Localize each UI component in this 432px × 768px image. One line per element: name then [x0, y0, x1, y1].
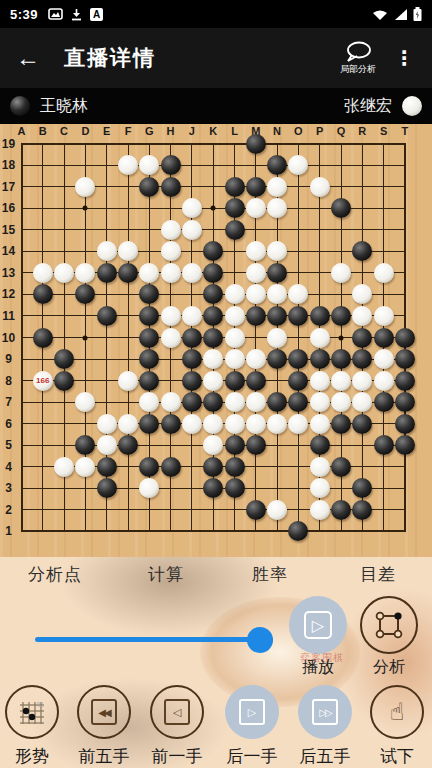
- column-label: T: [402, 125, 409, 137]
- black-stone: [203, 457, 223, 477]
- forward-one-label: 后一手: [227, 745, 278, 768]
- black-stone: [267, 392, 287, 412]
- white-stone: [288, 414, 308, 434]
- white-stone: [246, 392, 266, 412]
- row-label: 19: [0, 137, 17, 151]
- column-label: H: [167, 125, 175, 137]
- status-bar: 5:39 A: [0, 0, 432, 28]
- white-stone: [310, 500, 330, 520]
- last-move-number: 166: [33, 371, 53, 391]
- back-one-label: 前一手: [152, 745, 203, 768]
- black-stone: [75, 435, 95, 455]
- white-stone: [139, 392, 159, 412]
- white-stone: [225, 414, 245, 434]
- black-stone: [203, 392, 223, 412]
- black-stone: [139, 457, 159, 477]
- black-stone: [139, 371, 159, 391]
- white-stone: [182, 306, 202, 326]
- white-stone: [288, 155, 308, 175]
- white-stone: [310, 457, 330, 477]
- black-stone: [97, 478, 117, 498]
- black-stone: [203, 263, 223, 283]
- black-stone: [267, 155, 287, 175]
- white-stone: [139, 155, 159, 175]
- black-stone: [161, 177, 181, 197]
- column-label: N: [273, 125, 281, 137]
- white-stone: [288, 284, 308, 304]
- player-bar: 王晓林 张继宏: [0, 88, 432, 124]
- white-stone: [310, 392, 330, 412]
- black-stone: [267, 306, 287, 326]
- column-label: E: [103, 125, 110, 137]
- back-five-button[interactable]: ◀◀: [77, 685, 131, 739]
- grid-line: [21, 143, 406, 145]
- picture-icon: [48, 8, 63, 20]
- column-label: S: [380, 125, 387, 137]
- black-stone: [161, 155, 181, 175]
- black-stone: [182, 349, 202, 369]
- black-stone: [97, 457, 117, 477]
- back-five-icon: ◀◀: [91, 699, 117, 725]
- white-stone: [161, 241, 181, 261]
- black-stone: [352, 241, 372, 261]
- row-label: 5: [0, 438, 17, 452]
- watermark: 弈客围棋: [300, 651, 344, 665]
- white-stone: [246, 414, 266, 434]
- control-panel: 分析点 计算 胜率 目差 ▷ 播放 分析 弈客围棋: [0, 557, 432, 768]
- territory-label: 形势: [15, 745, 49, 768]
- back-five-label: 前五手: [79, 745, 130, 768]
- white-stone: [203, 349, 223, 369]
- page-title: 直播详情: [64, 44, 156, 72]
- white-stone: [118, 241, 138, 261]
- white-stone: [182, 220, 202, 240]
- black-stone: [97, 263, 117, 283]
- black-stone: [331, 457, 351, 477]
- white-stone: [54, 457, 74, 477]
- white-stone: [310, 177, 330, 197]
- column-label: K: [209, 125, 217, 137]
- black-stone: [203, 478, 223, 498]
- row-label: 3: [0, 481, 17, 495]
- row-label: 11: [0, 309, 17, 323]
- white-player-name: 张继宏: [344, 96, 392, 117]
- black-stone: [395, 349, 415, 369]
- white-stone: [310, 478, 330, 498]
- download-icon: [70, 8, 83, 21]
- white-stone: [182, 414, 202, 434]
- black-stone: [395, 435, 415, 455]
- tab-calculate[interactable]: 计算: [148, 563, 184, 586]
- analyze-button-label: 分析: [373, 657, 405, 678]
- black-stone: [203, 306, 223, 326]
- white-stone: [331, 263, 351, 283]
- black-stone: [246, 177, 266, 197]
- white-stone: [331, 371, 351, 391]
- local-analysis-label: 局部分析: [340, 63, 376, 76]
- black-stone: [118, 263, 138, 283]
- white-stone: [139, 478, 159, 498]
- white-stone: [374, 349, 394, 369]
- row-label: 6: [0, 417, 17, 431]
- white-stone: [267, 177, 287, 197]
- black-stone: [267, 349, 287, 369]
- white-stone: [182, 198, 202, 218]
- black-stone: [139, 306, 159, 326]
- forward-five-button[interactable]: ▷▷: [298, 685, 352, 739]
- column-label: C: [60, 125, 68, 137]
- black-stone: [139, 328, 159, 348]
- black-stone: [182, 371, 202, 391]
- white-stone: [267, 284, 287, 304]
- white-stone: [310, 414, 330, 434]
- row-label: 13: [0, 266, 17, 280]
- black-stone: [246, 306, 266, 326]
- white-stone: [161, 306, 181, 326]
- black-stone: [331, 500, 351, 520]
- white-stone: [203, 414, 223, 434]
- white-stone: [246, 349, 266, 369]
- black-stone: [374, 435, 394, 455]
- white-stone: [75, 263, 95, 283]
- play-button[interactable]: ▷: [289, 596, 347, 654]
- black-stone: [331, 414, 351, 434]
- star-point: [339, 335, 344, 340]
- play-icon: ▷: [304, 611, 332, 639]
- black-stone: [352, 500, 372, 520]
- white-stone: [246, 284, 266, 304]
- black-stone: [331, 306, 351, 326]
- column-label: L: [231, 125, 238, 137]
- white-stone: [374, 371, 394, 391]
- tab-win-rate[interactable]: 胜率: [252, 563, 288, 586]
- analyze-button[interactable]: [360, 596, 418, 654]
- move-slider-thumb[interactable]: [247, 627, 273, 653]
- white-stone: [118, 414, 138, 434]
- black-stone: [139, 414, 159, 434]
- go-board[interactable]: ABCDEFGHJKLMNOPQRST191817161514131211109…: [0, 124, 432, 557]
- wifi-icon: [372, 8, 388, 21]
- white-stone: [225, 306, 245, 326]
- black-stone: [225, 220, 245, 240]
- white-stone: [246, 263, 266, 283]
- status-time: 5:39: [10, 7, 38, 22]
- column-label: F: [125, 125, 132, 137]
- column-label: R: [358, 125, 366, 137]
- black-stone: [352, 328, 372, 348]
- white-stone: [374, 263, 394, 283]
- star-point: [83, 335, 88, 340]
- black-stone: [161, 414, 181, 434]
- white-stone: [118, 155, 138, 175]
- black-stone: [182, 392, 202, 412]
- column-label: D: [81, 125, 89, 137]
- forward-five-label: 后五手: [300, 745, 351, 768]
- white-stone: [161, 263, 181, 283]
- row-label: 8: [0, 374, 17, 388]
- black-stone: [203, 328, 223, 348]
- black-stone: [33, 284, 53, 304]
- hand-pointer-icon: ☝: [390, 698, 405, 726]
- try-move-button[interactable]: ☝: [370, 685, 424, 739]
- black-stone: [225, 198, 245, 218]
- white-stone: [374, 306, 394, 326]
- black-stone: [139, 284, 159, 304]
- black-stone: [395, 414, 415, 434]
- white-stone: [54, 263, 74, 283]
- black-stone: [310, 435, 330, 455]
- white-stone: [267, 500, 287, 520]
- black-stone: [225, 457, 245, 477]
- column-label: G: [145, 125, 154, 137]
- row-label: 17: [0, 180, 17, 194]
- white-stone: [246, 241, 266, 261]
- row-label: 1: [0, 524, 17, 538]
- black-stone: [225, 177, 245, 197]
- column-label: B: [39, 125, 47, 137]
- column-label: A: [18, 125, 26, 137]
- overflow-menu-icon[interactable]: ⋮: [390, 42, 418, 74]
- column-label: Q: [337, 125, 346, 137]
- column-label: O: [294, 125, 303, 137]
- black-stone: [331, 349, 351, 369]
- black-stone: [182, 328, 202, 348]
- white-stone: [139, 263, 159, 283]
- star-point: [83, 206, 88, 211]
- territory-board-icon: [17, 697, 47, 727]
- white-stone: [352, 284, 372, 304]
- black-player-stone-icon: [10, 96, 30, 116]
- white-stone: [97, 414, 117, 434]
- white-stone: [161, 392, 181, 412]
- speech-bubble-icon: [343, 41, 373, 62]
- white-stone: [182, 263, 202, 283]
- black-stone: [54, 349, 74, 369]
- signal-icon: [393, 8, 408, 21]
- app-root: 5:39 A ← 直播详情 局部分析 ⋮ 王晓林: [0, 0, 432, 768]
- black-stone: [267, 263, 287, 283]
- white-stone: [203, 371, 223, 391]
- black-stone: [288, 371, 308, 391]
- back-one-icon: ◁: [164, 699, 190, 725]
- local-analysis-button[interactable]: 局部分析: [340, 41, 376, 76]
- white-stone: [225, 328, 245, 348]
- black-stone: [331, 198, 351, 218]
- black-stone: [246, 500, 266, 520]
- white-stone: [310, 371, 330, 391]
- tab-analysis-points[interactable]: 分析点: [28, 563, 82, 586]
- black-player-name: 王晓林: [40, 96, 88, 117]
- row-label: 12: [0, 287, 17, 301]
- white-stone: [161, 328, 181, 348]
- black-stone: [374, 328, 394, 348]
- black-stone: [288, 392, 308, 412]
- black-stone: [203, 241, 223, 261]
- black-stone: [33, 328, 53, 348]
- tab-point-diff[interactable]: 目差: [360, 563, 396, 586]
- forward-one-button[interactable]: ▷: [225, 685, 279, 739]
- white-stone: [33, 263, 53, 283]
- black-stone: [352, 349, 372, 369]
- white-stone: [75, 457, 95, 477]
- column-label: P: [316, 125, 323, 137]
- white-stone: [310, 328, 330, 348]
- black-stone: [310, 306, 330, 326]
- white-stone: [118, 371, 138, 391]
- a-badge-icon: A: [90, 8, 103, 21]
- grid-line: [21, 229, 406, 230]
- analyze-icon: [373, 609, 405, 641]
- white-stone: [225, 284, 245, 304]
- try-move-label: 试下: [380, 745, 414, 768]
- white-stone: [97, 241, 117, 261]
- star-point: [211, 206, 216, 211]
- row-label: 7: [0, 395, 17, 409]
- white-stone: [331, 392, 351, 412]
- row-label: 4: [0, 460, 17, 474]
- grid-line: [21, 165, 406, 166]
- white-stone: [267, 241, 287, 261]
- black-stone: [118, 435, 138, 455]
- black-stone: [288, 349, 308, 369]
- black-stone: [246, 134, 266, 154]
- row-label: 2: [0, 503, 17, 517]
- white-stone: [352, 392, 372, 412]
- white-stone: [203, 435, 223, 455]
- white-stone: [352, 306, 372, 326]
- forward-one-icon: ▷: [239, 699, 265, 725]
- black-stone: [395, 371, 415, 391]
- white-stone: [267, 414, 287, 434]
- black-stone: [225, 371, 245, 391]
- white-stone: [246, 198, 266, 218]
- white-stone: [75, 392, 95, 412]
- app-bar: ← 直播详情 局部分析 ⋮: [0, 28, 432, 88]
- white-stone: [75, 177, 95, 197]
- black-stone: [225, 478, 245, 498]
- black-stone: [75, 284, 95, 304]
- back-one-button[interactable]: ◁: [150, 685, 204, 739]
- black-stone: [310, 349, 330, 369]
- row-label: 9: [0, 352, 17, 366]
- row-label: 16: [0, 201, 17, 215]
- row-label: 14: [0, 244, 17, 258]
- black-stone: [374, 392, 394, 412]
- forward-five-icon: ▷▷: [312, 699, 338, 725]
- black-stone: [288, 521, 308, 541]
- white-stone: 166: [33, 371, 53, 391]
- black-stone: [352, 414, 372, 434]
- white-stone: [161, 220, 181, 240]
- black-stone: [139, 349, 159, 369]
- black-stone: [97, 306, 117, 326]
- white-player-stone-icon: [402, 96, 422, 116]
- column-label: J: [189, 125, 195, 137]
- black-stone: [395, 328, 415, 348]
- black-stone: [352, 478, 372, 498]
- black-stone: [246, 435, 266, 455]
- black-stone: [139, 177, 159, 197]
- black-stone: [288, 306, 308, 326]
- white-stone: [97, 435, 117, 455]
- white-stone: [352, 371, 372, 391]
- white-stone: [225, 349, 245, 369]
- row-label: 10: [0, 331, 17, 345]
- row-label: 15: [0, 223, 17, 237]
- black-stone: [203, 284, 223, 304]
- move-slider-track[interactable]: [35, 637, 273, 642]
- battery-icon: [413, 7, 422, 22]
- back-arrow-icon[interactable]: ←: [16, 44, 46, 72]
- black-stone: [246, 371, 266, 391]
- territory-button[interactable]: [5, 685, 59, 739]
- grid-line: [21, 530, 406, 532]
- black-stone: [225, 435, 245, 455]
- row-label: 18: [0, 158, 17, 172]
- white-stone: [267, 198, 287, 218]
- black-stone: [54, 371, 74, 391]
- black-stone: [395, 392, 415, 412]
- white-stone: [267, 328, 287, 348]
- black-stone: [161, 457, 181, 477]
- white-stone: [225, 392, 245, 412]
